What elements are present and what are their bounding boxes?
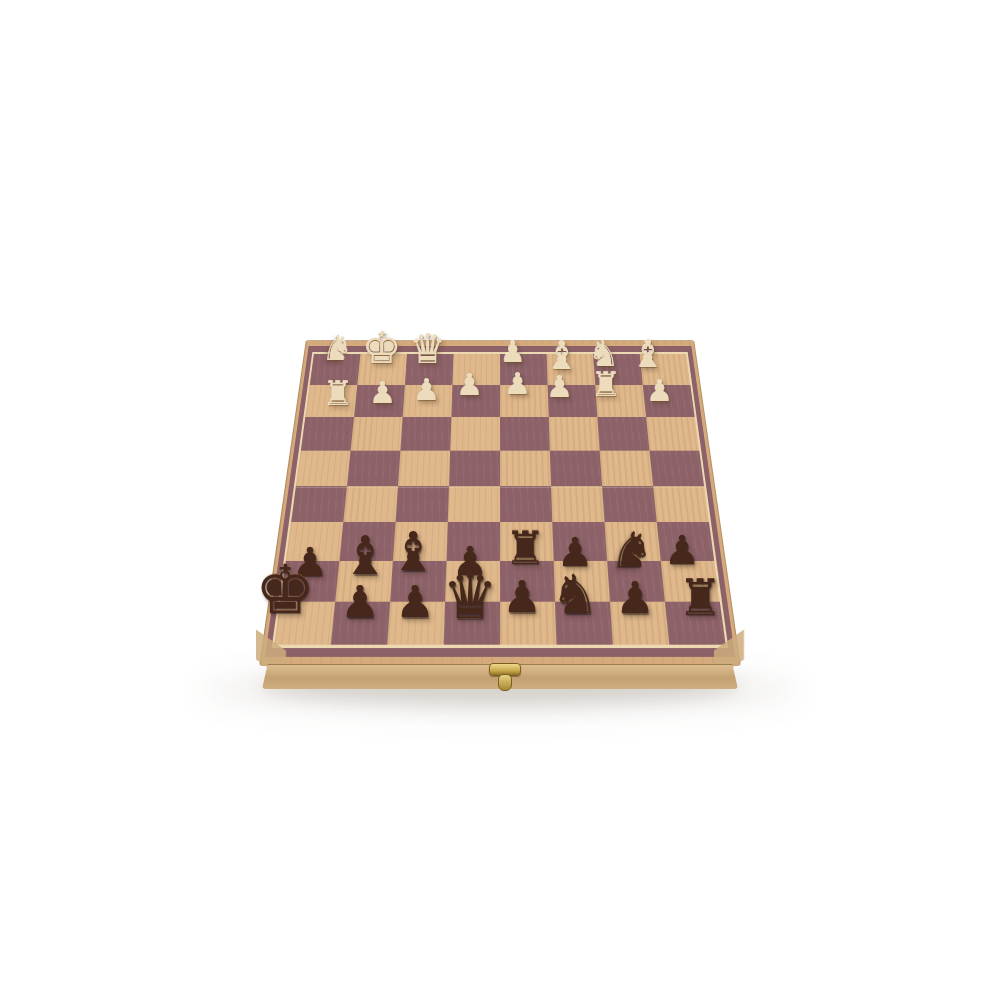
square <box>305 385 357 417</box>
square <box>550 450 602 485</box>
square <box>390 561 446 602</box>
square <box>335 561 393 602</box>
square <box>354 385 405 417</box>
square <box>357 354 407 385</box>
square <box>548 385 598 417</box>
square <box>449 450 500 485</box>
square <box>554 561 610 602</box>
square <box>552 522 607 561</box>
square <box>398 450 450 485</box>
square <box>500 450 551 485</box>
square <box>403 385 453 417</box>
square <box>646 417 699 451</box>
square <box>500 354 548 385</box>
square <box>665 602 726 645</box>
square <box>607 561 665 602</box>
square <box>444 602 500 645</box>
square <box>597 417 649 451</box>
square <box>448 486 500 523</box>
square <box>400 417 451 451</box>
square <box>605 522 661 561</box>
square <box>393 522 448 561</box>
square <box>451 385 500 417</box>
brass-clasp <box>489 663 521 691</box>
board-border <box>259 340 741 665</box>
checker-grid <box>274 354 725 644</box>
square <box>643 385 695 417</box>
square <box>395 486 449 523</box>
square <box>500 385 549 417</box>
product-photo-scene: ♞♚♛♟♝♞♝♜♟♟♟♟♟♜♟♟♝♝♟♜♟♞♟♚♟♟♛♟♞♟♜ <box>0 0 1000 1000</box>
square <box>452 354 500 385</box>
square <box>653 486 709 523</box>
square <box>291 486 347 523</box>
square <box>347 450 400 485</box>
square <box>657 522 715 561</box>
square <box>274 602 335 645</box>
square <box>640 354 691 385</box>
square <box>602 486 657 523</box>
square <box>610 602 669 645</box>
square <box>280 561 339 602</box>
square <box>331 602 390 645</box>
square <box>600 450 653 485</box>
square <box>661 561 720 602</box>
square <box>450 417 500 451</box>
board-frame-band <box>265 346 735 657</box>
square <box>296 450 351 485</box>
square <box>387 602 445 645</box>
square <box>551 486 605 523</box>
chess-board <box>259 340 741 665</box>
square <box>595 385 646 417</box>
square <box>547 354 596 385</box>
square <box>343 486 398 523</box>
square <box>500 561 555 602</box>
clasp-hook <box>498 674 512 691</box>
board-inner-line <box>272 352 729 648</box>
square <box>445 561 500 602</box>
square <box>500 486 552 523</box>
square <box>446 522 500 561</box>
square <box>310 354 361 385</box>
square <box>286 522 344 561</box>
square <box>351 417 403 451</box>
square <box>500 522 554 561</box>
square <box>405 354 454 385</box>
square <box>593 354 643 385</box>
square <box>549 417 600 451</box>
square <box>500 417 550 451</box>
square <box>339 522 395 561</box>
square <box>555 602 613 645</box>
square <box>649 450 704 485</box>
square <box>500 602 556 645</box>
square <box>301 417 354 451</box>
